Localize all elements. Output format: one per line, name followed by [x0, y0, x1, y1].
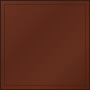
chess-board-frame	[0, 0, 90, 90]
chess-board	[5, 5, 85, 85]
